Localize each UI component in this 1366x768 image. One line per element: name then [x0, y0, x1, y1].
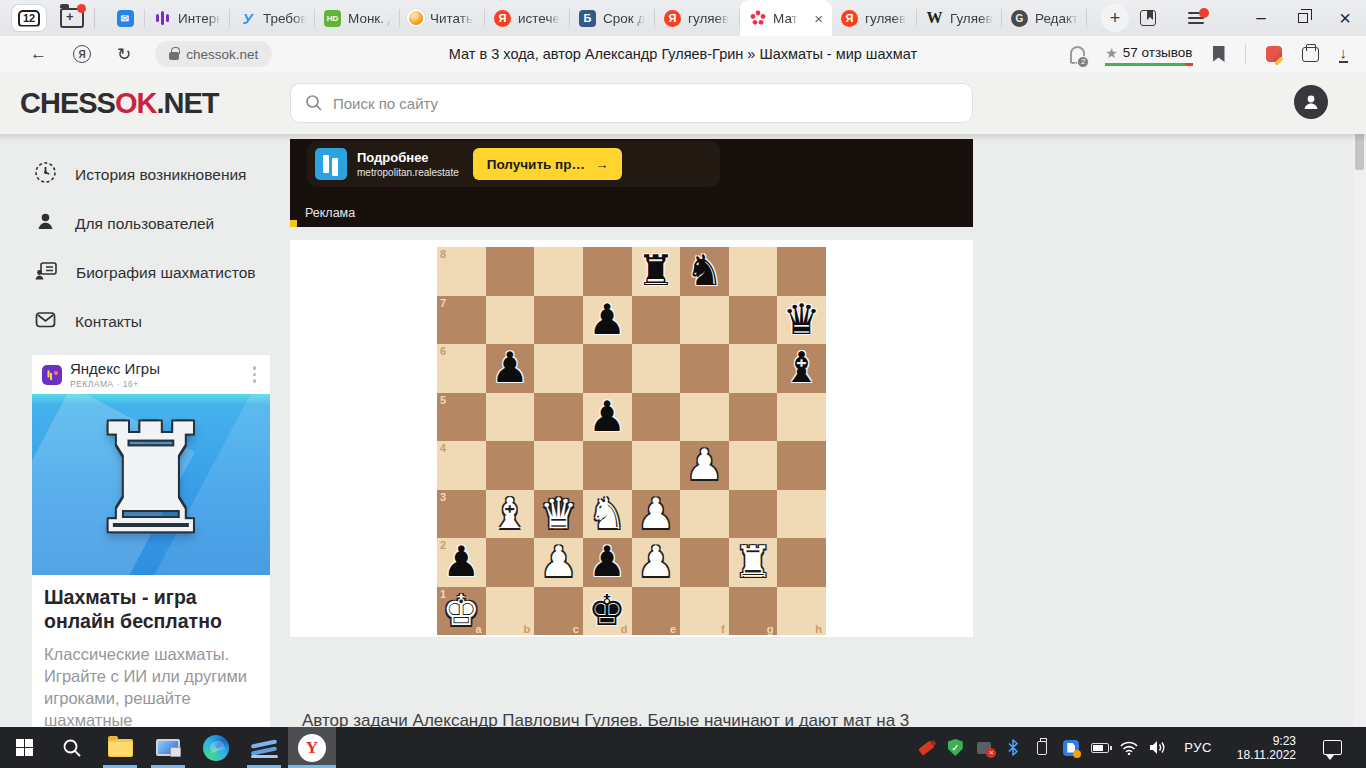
monitor-icon: [156, 739, 180, 756]
rank-label: 6: [440, 345, 446, 357]
file-explorer-button[interactable]: [96, 727, 144, 768]
site-logo[interactable]: CHESSOK.NET: [20, 87, 218, 120]
mail-favicon-icon: ✉: [117, 10, 134, 27]
browser-tabstrip: 12 ✉ИнтернУТребовHDМонк. ДЧитатьЯистечеБ…: [0, 0, 1366, 36]
page-scrollbar[interactable]: [1353, 72, 1366, 727]
banner-inner-card: Подробнее metropolitan.realestate Получи…: [307, 141, 720, 187]
black-knight: ♞: [680, 247, 729, 296]
square-b1: b: [486, 587, 535, 636]
square-c5: [534, 393, 583, 442]
square-h5: [777, 393, 826, 442]
square-g3: [729, 490, 778, 539]
sidebar-item-4[interactable]: Контакты: [0, 297, 290, 346]
black-pawn: ♟: [583, 393, 632, 442]
file-label: f: [721, 623, 725, 635]
ya-favicon-icon: Я: [494, 10, 511, 27]
tab-label: Срок д: [603, 11, 645, 26]
square-h1: h: [777, 587, 826, 636]
rook-illustration: ♜: [84, 404, 218, 554]
start-button[interactable]: [0, 727, 48, 768]
ad-body-text: Классические шахматы. Играйте с ИИ или д…: [32, 638, 270, 738]
sidebar-item-label: Для пользователей: [75, 215, 214, 233]
square-c8: [534, 247, 583, 296]
domain-text: chessok.net: [186, 47, 258, 62]
sidebar-item-3[interactable]: Биография шахматистов: [0, 248, 290, 297]
white-rook: ♜: [729, 538, 778, 587]
taskbar-clock[interactable]: 9:23 18.11.2022: [1237, 734, 1296, 762]
banner-cta-button[interactable]: Получить пр… →: [473, 148, 623, 180]
square-g2: ♜: [729, 538, 778, 587]
window-controls: – ×: [1140, 0, 1366, 36]
refresh-button[interactable]: ↻: [117, 44, 131, 65]
bluetooth-icon[interactable]: [1004, 739, 1022, 757]
square-g5: [729, 393, 778, 442]
square-g7: [729, 296, 778, 345]
tab-label: гуляев: [865, 11, 906, 26]
square-a8: 8: [437, 247, 486, 296]
square-e8: ♜: [632, 247, 681, 296]
language-indicator[interactable]: РУС: [1184, 740, 1212, 755]
square-b8: [486, 247, 535, 296]
y-blue-favicon-icon: У: [239, 10, 256, 27]
clock-time: 9:23: [1237, 734, 1296, 748]
restore-button[interactable]: [1282, 0, 1324, 36]
ya-favicon-icon: Я: [841, 10, 858, 27]
protect-badge: 2: [1077, 56, 1089, 68]
square-d6: [583, 344, 632, 393]
square-e5: [632, 393, 681, 442]
square-h3: [777, 490, 826, 539]
tab-label: Редакт: [1035, 11, 1078, 26]
wifi-icon[interactable]: [1120, 739, 1138, 757]
ad-image[interactable]: ♜: [32, 394, 270, 575]
clock-date: 18.11.2022: [1237, 748, 1296, 762]
square-e6: [632, 344, 681, 393]
sidebar-item-label: Контакты: [75, 313, 142, 331]
edge-icon: [203, 735, 229, 761]
square-b2: [486, 538, 535, 587]
file-label: b: [524, 623, 531, 635]
envelope-icon: [34, 308, 57, 335]
rating-bar: [1105, 63, 1192, 66]
square-h8: [777, 247, 826, 296]
square-b7: [486, 296, 535, 345]
usb-dongle-icon[interactable]: [917, 739, 935, 757]
ad-brand: Яндекс Игры: [70, 360, 160, 377]
tab-mail[interactable]: ✉: [105, 0, 145, 36]
square-f8: ♞: [680, 247, 729, 296]
square-h7: ♛: [777, 296, 826, 345]
rank-label: 8: [440, 248, 446, 260]
taskbar-search-button[interactable]: [48, 727, 96, 768]
square-a2: 2♟: [437, 538, 486, 587]
square-f4: ♟: [680, 441, 729, 490]
black-rook: ♜: [632, 247, 681, 296]
rank-label: 3: [440, 491, 446, 503]
file-label: g: [767, 623, 774, 635]
square-c7: [534, 296, 583, 345]
square-g6: [729, 344, 778, 393]
minimize-button[interactable]: –: [1240, 0, 1282, 36]
chessok-favicon-icon: [749, 10, 766, 27]
search-icon: [305, 94, 323, 112]
address-bar-actions: 2 ★ 57 отзывов ↓: [1070, 36, 1366, 72]
white-king: ♚: [437, 587, 486, 636]
white-bishop: ♝: [486, 490, 535, 539]
folder-icon: [108, 739, 133, 757]
white-pawn: ♟: [680, 441, 729, 490]
tab-label: Интерн: [178, 11, 221, 26]
orange-favicon-icon: [409, 11, 423, 25]
arrow-right-icon: →: [595, 157, 609, 172]
wave-favicon-icon: [154, 10, 171, 27]
square-e1: e: [632, 587, 681, 636]
advertiser-logo-icon: [315, 148, 347, 180]
edge-button[interactable]: [192, 727, 240, 768]
square-d8: [583, 247, 632, 296]
black-pawn: ♟: [583, 538, 632, 587]
tab-list: ✉ИнтернУТребовHDМонк. ДЧитатьЯистечеБСро…: [105, 0, 1087, 36]
puzzle-panel: 8♜♞7♟♛6♟♝5♟4♟3♝♛♞♟2♟♟♟♟♜1a♚bcd♚efgh: [290, 240, 973, 637]
puzzle-description: Автор задачи Александр Павлович Гуляев. …: [302, 711, 962, 727]
search-icon: [62, 738, 82, 758]
square-b3: ♝: [486, 490, 535, 539]
system-tray: ✓ РУС 9:23 18.11.2022: [917, 734, 1366, 762]
square-f7: [680, 296, 729, 345]
file-label: h: [815, 623, 822, 635]
ad-label: Реклама: [305, 206, 355, 220]
bookmarks-panel-icon[interactable]: [1140, 10, 1156, 26]
bookmark-icon[interactable]: [1213, 46, 1225, 62]
square-e3: ♟: [632, 490, 681, 539]
square-h4: [777, 441, 826, 490]
square-c2: ♟: [534, 538, 583, 587]
yandex-home-icon[interactable]: Я: [73, 45, 91, 63]
logo-part-net: .NET: [156, 87, 218, 119]
tab-gulyaev2[interactable]: Ягуляев: [832, 0, 917, 36]
tab-label: истече: [518, 11, 560, 26]
rank-label: 5: [440, 394, 446, 406]
tab-srok[interactable]: БСрок д: [570, 0, 655, 36]
protect-ghost-icon[interactable]: 2: [1070, 46, 1085, 63]
windows-icon: [16, 739, 33, 756]
square-b5: [486, 393, 535, 442]
square-a1: 1a♚: [437, 587, 486, 636]
square-f5: [680, 393, 729, 442]
tab-redakt[interactable]: GРедакт: [1002, 0, 1087, 36]
sidebar-ad-card[interactable]: Яндекс Игры РЕКЛАМА · 16+ ♜ Шахматы - иг…: [32, 355, 270, 768]
tab-label: гуляев: [688, 11, 729, 26]
usb-drive-icon[interactable]: [1033, 739, 1051, 757]
b-navy-favicon-icon: Б: [579, 10, 596, 27]
white-knight: ♞: [583, 490, 632, 539]
g-dark-favicon-icon: G: [1011, 10, 1028, 27]
yandex-browser-icon: Y: [298, 734, 326, 762]
white-pawn: ♟: [534, 538, 583, 587]
black-pawn: ♟: [583, 296, 632, 345]
square-g4: [729, 441, 778, 490]
collections-folder-icon[interactable]: [60, 8, 84, 28]
file-label: e: [670, 623, 676, 635]
battery-icon[interactable]: [1091, 739, 1109, 757]
square-d7: ♟: [583, 296, 632, 345]
tab-counter-button[interactable]: 12: [12, 5, 46, 31]
yandex-browser-button[interactable]: Y: [288, 727, 336, 768]
tab-label: Мат: [773, 11, 798, 26]
remote-app-button[interactable]: [144, 727, 192, 768]
square-d4: [583, 441, 632, 490]
menu-notification-dot: [1199, 8, 1209, 18]
divider: [1245, 44, 1246, 64]
sidebar-item-label: Биография шахматистов: [76, 264, 255, 282]
square-d2: ♟: [583, 538, 632, 587]
square-d3: ♞: [583, 490, 632, 539]
square-h2: [777, 538, 826, 587]
black-bishop: ♝: [777, 344, 826, 393]
square-f1: f: [680, 587, 729, 636]
user-icon: [34, 210, 57, 237]
square-g1: g: [729, 587, 778, 636]
ad-corner-notch: [290, 220, 297, 227]
lock-icon: [169, 52, 179, 60]
square-g8: [729, 247, 778, 296]
banner-more-label: Подробнее: [357, 150, 459, 165]
chess-board: 8♜♞7♟♛6♟♝5♟4♟3♝♛♞♟2♟♟♟♟♜1a♚bcd♚efgh: [437, 247, 826, 635]
square-f6: [680, 344, 729, 393]
logo-part-ok: OK: [115, 87, 157, 119]
divider: [94, 8, 95, 28]
logo-part-chess: CHESS: [20, 87, 115, 119]
url-field[interactable]: chessok.net: [155, 41, 272, 67]
square-e2: ♟: [632, 538, 681, 587]
tab-label: Требов: [263, 11, 306, 26]
file-label: c: [573, 623, 579, 635]
tab-gulyaev1[interactable]: Ягуляев: [655, 0, 740, 36]
sidebar-nav: История возникновенияДля пользователейБи…: [0, 150, 290, 346]
user-avatar[interactable]: [1294, 85, 1328, 119]
tab-trebov[interactable]: УТребов: [230, 0, 315, 36]
tab-label: Читать: [430, 11, 473, 26]
white-pawn: ♟: [632, 538, 681, 587]
sidebar-item-label: История возникновения: [75, 166, 247, 184]
sidebar-item-2[interactable]: Для пользователей: [0, 199, 290, 248]
taskbar: Y ✓ РУС 9:23 18.11.2022: [0, 727, 1366, 768]
search-input[interactable]: [333, 95, 958, 112]
site-search: [290, 83, 973, 123]
back-button[interactable]: ←: [30, 44, 47, 64]
black-king: ♚: [583, 587, 632, 636]
cta-label: Получить пр…: [487, 157, 585, 172]
square-a3: 3: [437, 490, 486, 539]
square-b4: [486, 441, 535, 490]
site-header: CHESSOK.NET: [0, 72, 1366, 134]
ad-meta-label: РЕКЛАМА · 16+: [70, 379, 160, 389]
tab-chitat[interactable]: Читать: [400, 0, 485, 36]
reviews-count: 57 отзывов: [1123, 45, 1193, 60]
square-a5: 5: [437, 393, 486, 442]
square-a4: 4: [437, 441, 486, 490]
wiki-favicon-icon: W: [926, 10, 943, 27]
address-bar: ← Я ↻ chessok.net Мат в 3 хода, автор Ал…: [0, 36, 1366, 72]
square-d5: ♟: [583, 393, 632, 442]
tab-label: Монк. Д: [348, 11, 391, 26]
new-tab-button[interactable]: +: [1101, 4, 1129, 32]
person-icon: [1301, 92, 1321, 112]
rank-label: 7: [440, 297, 446, 309]
page-title: Мат в 3 хода, автор Александр Гуляев-Гри…: [449, 46, 917, 62]
gamepad-icon: [42, 365, 62, 385]
downloads-icon[interactable]: ↓: [1339, 45, 1349, 63]
black-queen: ♛: [777, 296, 826, 345]
clock-icon: [34, 161, 57, 188]
star-icon: ★: [1105, 45, 1118, 61]
tab-monk[interactable]: HDМонк. Д: [315, 0, 400, 36]
white-queen: ♛: [534, 490, 583, 539]
extension-icon[interactable]: [1266, 46, 1282, 62]
id-card-icon: [34, 259, 58, 286]
top-ad-banner[interactable]: Подробнее metropolitan.realestate Получи…: [290, 139, 973, 227]
volume-icon[interactable]: [1149, 739, 1167, 757]
site-reviews[interactable]: ★ 57 отзывов: [1105, 45, 1192, 64]
square-f3: [680, 490, 729, 539]
kebab-menu-icon[interactable]: [249, 362, 261, 387]
sidebar-item-1[interactable]: История возникновения: [0, 150, 290, 199]
square-c6: [534, 344, 583, 393]
notification-dot: [77, 4, 86, 13]
tab-isteche[interactable]: Яистече: [485, 0, 570, 36]
tab-label: Гуляев,: [950, 11, 993, 26]
ya-favicon-icon: Я: [664, 10, 681, 27]
scanner-app-button[interactable]: [240, 727, 288, 768]
square-c4: [534, 441, 583, 490]
tab-mat[interactable]: Мат×: [740, 0, 832, 36]
close-button[interactable]: ×: [1324, 0, 1366, 36]
black-pawn: ♟: [486, 344, 535, 393]
square-h6: ♝: [777, 344, 826, 393]
ad-card-header: Яндекс Игры РЕКЛАМА · 16+: [32, 355, 270, 394]
square-e7: [632, 296, 681, 345]
desktop: 12 ✉ИнтернУТребовHDМонк. ДЧитатьЯистечеБ…: [0, 0, 1366, 768]
restore-icon: [1298, 13, 1308, 23]
square-a6: 6: [437, 344, 486, 393]
tab-counter-value: 12: [18, 10, 40, 27]
defender-shield-icon[interactable]: ✓: [946, 739, 964, 757]
square-f2: [680, 538, 729, 587]
hd-favicon-icon: HD: [324, 10, 341, 27]
white-pawn: ♟: [632, 490, 681, 539]
square-c3: ♛: [534, 490, 583, 539]
banner-advertiser: metropolitan.realestate: [357, 167, 459, 178]
black-pawn: ♟: [437, 538, 486, 587]
square-b6: ♟: [486, 344, 535, 393]
cloud-drive-icon[interactable]: [1062, 739, 1080, 757]
rank-label: 4: [440, 442, 446, 454]
ad-title[interactable]: Шахматы - игра онлайн бесплатно: [32, 575, 270, 638]
square-d1: d♚: [583, 587, 632, 636]
tab-wiki[interactable]: WГуляев,: [917, 0, 1002, 36]
tab-intern[interactable]: Интерн: [145, 0, 230, 36]
square-c1: c: [534, 587, 583, 636]
square-a7: 7: [437, 296, 486, 345]
sidebar-toggle-icon[interactable]: [1302, 47, 1319, 62]
square-e4: [632, 441, 681, 490]
close-tab-icon[interactable]: ×: [814, 11, 823, 26]
scanner-icon: [251, 738, 278, 758]
device-disconnected-icon[interactable]: [975, 739, 993, 757]
browser-menu-icon[interactable]: [1188, 12, 1204, 24]
action-center-icon[interactable]: [1323, 740, 1342, 755]
